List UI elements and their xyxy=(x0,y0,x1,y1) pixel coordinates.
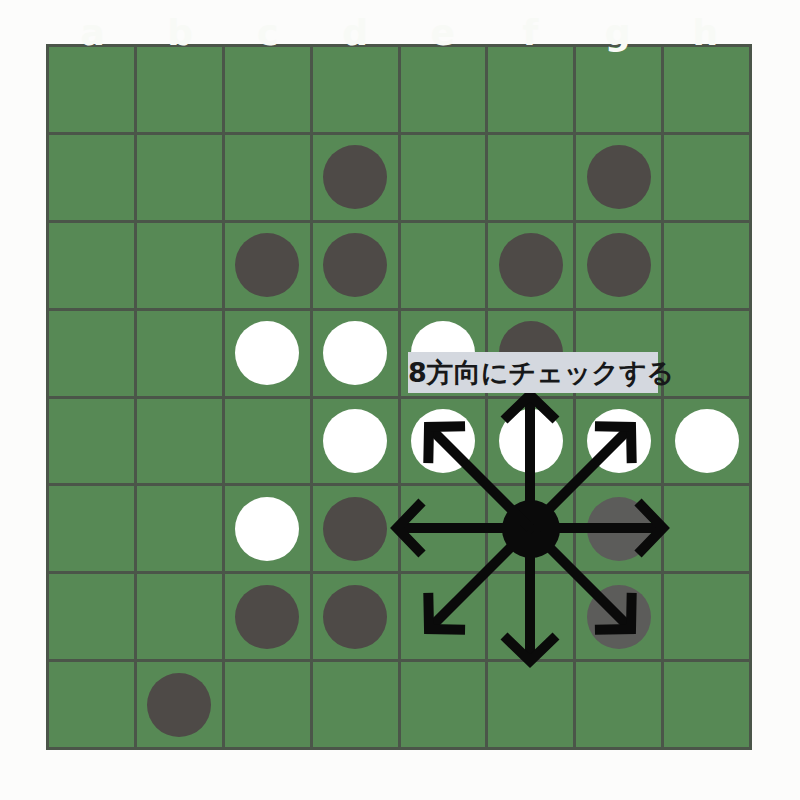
cell-a4[interactable] xyxy=(49,311,134,396)
cell-b4[interactable] xyxy=(137,311,222,396)
cell-a1[interactable] xyxy=(49,47,134,132)
cell-h3[interactable] xyxy=(664,223,749,308)
cell-a5[interactable] xyxy=(49,399,134,484)
cell-d2[interactable] xyxy=(313,135,398,220)
disc-dark-g7 xyxy=(587,585,651,649)
cell-h4[interactable] xyxy=(664,311,749,396)
cell-f8[interactable] xyxy=(488,662,573,747)
cell-d3[interactable] xyxy=(313,223,398,308)
cell-b1[interactable] xyxy=(137,47,222,132)
cell-c4[interactable] xyxy=(225,311,310,396)
cell-d5[interactable] xyxy=(313,399,398,484)
cell-g6[interactable] xyxy=(576,486,661,571)
disc-white-d4 xyxy=(323,321,387,385)
cell-e2[interactable] xyxy=(401,135,486,220)
disc-white-g5 xyxy=(587,409,651,473)
disc-white-h5 xyxy=(675,409,739,473)
disc-dark-g3 xyxy=(587,233,651,297)
cell-h1[interactable] xyxy=(664,47,749,132)
cell-b5[interactable] xyxy=(137,399,222,484)
cell-g5[interactable] xyxy=(576,399,661,484)
cell-c8[interactable] xyxy=(225,662,310,747)
cell-d7[interactable] xyxy=(313,574,398,659)
cell-b3[interactable] xyxy=(137,223,222,308)
othello-board xyxy=(46,44,752,750)
cell-h2[interactable] xyxy=(664,135,749,220)
cell-b8[interactable] xyxy=(137,662,222,747)
cell-g7[interactable] xyxy=(576,574,661,659)
cell-d1[interactable] xyxy=(313,47,398,132)
disc-dark-c3 xyxy=(235,233,299,297)
disc-dark-g2 xyxy=(587,145,651,209)
cell-f1[interactable] xyxy=(488,47,573,132)
cell-c6[interactable] xyxy=(225,486,310,571)
cell-b2[interactable] xyxy=(137,135,222,220)
cell-f7[interactable] xyxy=(488,574,573,659)
cell-a3[interactable] xyxy=(49,223,134,308)
disc-white-f5 xyxy=(499,409,563,473)
cell-h5[interactable] xyxy=(664,399,749,484)
cell-g3[interactable] xyxy=(576,223,661,308)
disc-white-e5 xyxy=(411,409,475,473)
cell-a6[interactable] xyxy=(49,486,134,571)
cell-b6[interactable] xyxy=(137,486,222,571)
cell-f2[interactable] xyxy=(488,135,573,220)
cell-g8[interactable] xyxy=(576,662,661,747)
cell-d6[interactable] xyxy=(313,486,398,571)
cell-e5[interactable] xyxy=(401,399,486,484)
cell-c2[interactable] xyxy=(225,135,310,220)
cell-e8[interactable] xyxy=(401,662,486,747)
cell-a2[interactable] xyxy=(49,135,134,220)
disc-dark-g6 xyxy=(587,497,651,561)
disc-dark-c7 xyxy=(235,585,299,649)
cell-h7[interactable] xyxy=(664,574,749,659)
cell-e3[interactable] xyxy=(401,223,486,308)
cell-e1[interactable] xyxy=(401,47,486,132)
disc-white-c6 xyxy=(235,497,299,561)
disc-dark-d6 xyxy=(323,497,387,561)
disc-dark-b8 xyxy=(147,673,211,737)
cell-h8[interactable] xyxy=(664,662,749,747)
disc-white-c4 xyxy=(235,321,299,385)
disc-dark-f3 xyxy=(499,233,563,297)
cell-e7[interactable] xyxy=(401,574,486,659)
cell-c7[interactable] xyxy=(225,574,310,659)
disc-dark-d3 xyxy=(323,233,387,297)
disc-white-d5 xyxy=(323,409,387,473)
cell-a7[interactable] xyxy=(49,574,134,659)
cell-b7[interactable] xyxy=(137,574,222,659)
cell-c1[interactable] xyxy=(225,47,310,132)
cell-c3[interactable] xyxy=(225,223,310,308)
cell-d8[interactable] xyxy=(313,662,398,747)
cell-g2[interactable] xyxy=(576,135,661,220)
direction-note: 8方向にチェックする xyxy=(408,352,658,393)
cell-e6[interactable] xyxy=(401,486,486,571)
cell-g1[interactable] xyxy=(576,47,661,132)
focal-black-disc-f6 xyxy=(502,500,560,558)
cell-f5[interactable] xyxy=(488,399,573,484)
cell-f6[interactable] xyxy=(488,486,573,571)
cell-a8[interactable] xyxy=(49,662,134,747)
cell-h6[interactable] xyxy=(664,486,749,571)
cell-d4[interactable] xyxy=(313,311,398,396)
disc-dark-d7 xyxy=(323,585,387,649)
cell-f3[interactable] xyxy=(488,223,573,308)
cell-c5[interactable] xyxy=(225,399,310,484)
disc-dark-d2 xyxy=(323,145,387,209)
othello-diagram: abcdefgh 8方向にチェックする xyxy=(0,0,800,800)
